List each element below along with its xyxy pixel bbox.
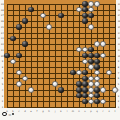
go-diagram: = abcdefghjklmnopqrst1919181817171616151…: [0, 0, 120, 120]
column-label: a: [6, 109, 8, 111]
white-stone: [100, 99, 105, 104]
row-label-left: 19: [0, 3, 2, 5]
row-label-left: 11: [0, 49, 2, 51]
white-stone: [88, 93, 93, 98]
hoshi-point: [25, 55, 27, 57]
row-label-left: 13: [0, 37, 2, 39]
black-stone: [94, 87, 99, 92]
white-stone: [10, 59, 15, 64]
white-stone: [94, 81, 99, 86]
column-label: n: [78, 109, 80, 111]
black-stone: [58, 87, 63, 92]
white-stone: [94, 76, 99, 81]
black-stone: [22, 41, 27, 46]
white-stone: [100, 87, 105, 92]
white-stone: [106, 70, 111, 75]
black-stone: [22, 18, 27, 23]
row-label-left: 12: [0, 43, 2, 45]
caption-equals: =: [8, 112, 11, 116]
white-stone: [52, 81, 57, 86]
white-stone: [28, 87, 33, 92]
white-stone: [16, 81, 21, 86]
row-label-left: 18: [0, 9, 2, 11]
row-label-left: 14: [0, 31, 2, 33]
row-label-left: 4: [0, 89, 2, 91]
column-label: k: [60, 109, 62, 111]
black-stone: [82, 70, 87, 75]
white-stone: [88, 81, 93, 86]
white-stone: [88, 99, 93, 104]
black-stone: [82, 76, 87, 81]
column-label: p: [90, 109, 92, 111]
black-stone: [4, 53, 9, 58]
row-label-left: 5: [0, 83, 2, 85]
black-stone: [94, 53, 99, 58]
row-label-left: 7: [0, 71, 2, 73]
column-label: o: [84, 109, 86, 111]
grid-line-horizontal: [7, 33, 116, 34]
white-stone: [100, 53, 105, 58]
diagram-caption: =: [2, 112, 14, 117]
row-label-right: 8: [117, 66, 119, 68]
black-stone: [88, 59, 93, 64]
column-label: f: [36, 109, 38, 111]
row-label-left: 17: [0, 14, 2, 16]
black-stone: [82, 93, 87, 98]
row-label-right: 9: [117, 60, 119, 62]
row-label-left: 1: [0, 106, 2, 108]
row-label-right: 1: [117, 106, 119, 108]
black-stone: [82, 53, 87, 58]
row-label-right: 19: [117, 3, 119, 5]
white-stone: [46, 24, 51, 29]
black-stone: [94, 99, 99, 104]
row-label-right: 16: [117, 20, 119, 22]
white-stone: [16, 70, 21, 75]
black-stone-marker-icon: [12, 113, 14, 115]
black-stone: [94, 59, 99, 64]
row-label-right: 4: [117, 89, 119, 91]
white-stone: [76, 70, 81, 75]
black-stone: [88, 13, 93, 18]
black-stone: [58, 13, 63, 18]
row-label-right: 13: [117, 37, 119, 39]
column-label: d: [24, 109, 26, 111]
column-label: h: [48, 109, 50, 111]
white-stone: [22, 76, 27, 81]
row-label-left: 3: [0, 94, 2, 96]
black-stone: [76, 93, 81, 98]
row-label-left: 8: [0, 66, 2, 68]
black-stone: [94, 64, 99, 69]
column-label: e: [30, 109, 32, 111]
white-stone: [40, 13, 45, 18]
row-label-right: 3: [117, 94, 119, 96]
row-label-right: 18: [117, 9, 119, 11]
row-label-left: 16: [0, 20, 2, 22]
black-stone: [88, 53, 93, 58]
white-stone: [82, 59, 87, 64]
black-stone: [82, 99, 87, 104]
column-label: j: [54, 109, 56, 111]
black-stone: [16, 24, 21, 29]
row-label-left: 6: [0, 77, 2, 79]
black-stone: [10, 36, 15, 41]
black-stone: [16, 53, 21, 58]
white-stone: [88, 24, 93, 29]
row-label-right: 12: [117, 43, 119, 45]
black-stone: [82, 87, 87, 92]
column-label: r: [102, 109, 104, 111]
row-label-left: 2: [0, 100, 2, 102]
row-label-right: 11: [117, 49, 119, 51]
row-label-right: 17: [117, 14, 119, 16]
row-label-right: 14: [117, 31, 119, 33]
column-label: b: [12, 109, 14, 111]
black-stone: [82, 81, 87, 86]
white-stone: [88, 87, 93, 92]
white-stone: [94, 70, 99, 75]
row-label-right: 10: [117, 54, 119, 56]
hoshi-point: [61, 55, 63, 57]
column-label: t: [114, 109, 116, 111]
grid-line-horizontal: [7, 50, 116, 51]
grid-line-horizontal: [7, 38, 116, 39]
row-label-right: 2: [117, 100, 119, 102]
black-stone: [82, 18, 87, 23]
column-label: q: [96, 109, 98, 111]
black-stone: [82, 1, 87, 6]
grid-line-horizontal: [7, 107, 116, 108]
black-stone: [82, 13, 87, 18]
white-stone: [94, 1, 99, 6]
white-stone: [88, 1, 93, 6]
column-label: c: [18, 109, 20, 111]
white-stone-marker-icon: [2, 112, 7, 117]
column-label: s: [108, 109, 110, 111]
column-label: g: [42, 109, 44, 111]
white-stone: [94, 41, 99, 46]
column-label: m: [72, 109, 74, 111]
row-label-left: 10: [0, 54, 2, 56]
white-stone: [100, 41, 105, 46]
black-stone: [70, 70, 75, 75]
white-stone: [88, 64, 93, 69]
white-stone: [88, 76, 93, 81]
grid-line-horizontal: [7, 27, 116, 28]
column-label: l: [66, 109, 68, 111]
black-stone: [94, 93, 99, 98]
row-label-right: 7: [117, 71, 119, 73]
black-stone: [76, 87, 81, 92]
row-label-right: 6: [117, 77, 119, 79]
row-label-right: 15: [117, 26, 119, 28]
hoshi-point: [25, 89, 27, 91]
grid-line-horizontal: [7, 10, 116, 11]
row-label-left: 9: [0, 60, 2, 62]
row-label-right: 5: [117, 83, 119, 85]
row-label-left: 15: [0, 26, 2, 28]
black-stone: [76, 81, 81, 86]
